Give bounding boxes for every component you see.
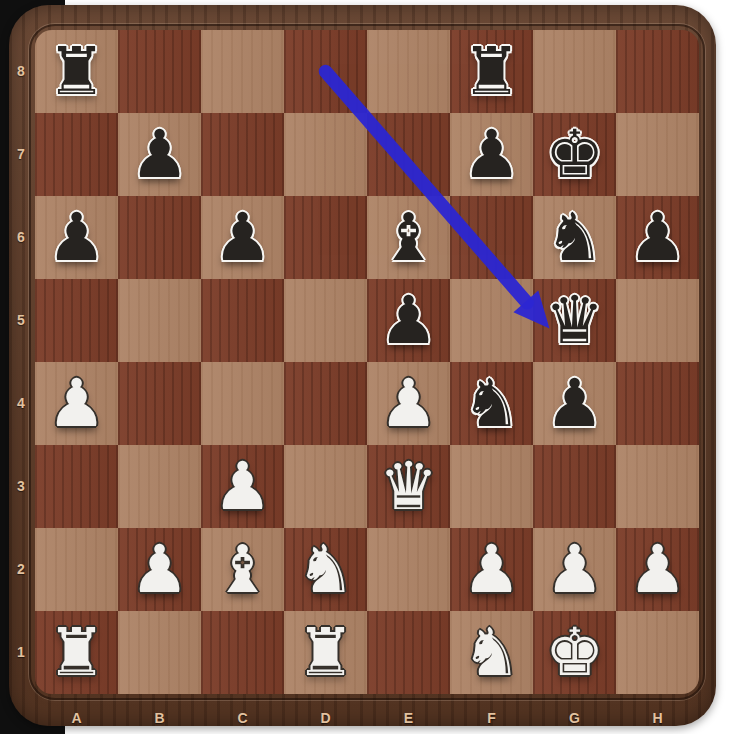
square-c6[interactable]: ♟ (201, 196, 284, 279)
square-c8[interactable] (201, 30, 284, 113)
square-e4[interactable]: ♟ (367, 362, 450, 445)
piece-white-queen[interactable]: ♛ (367, 445, 450, 528)
rank-label-6: 6 (12, 229, 30, 245)
piece-black-knight[interactable]: ♞ (450, 362, 533, 445)
piece-white-king[interactable]: ♚ (533, 611, 616, 694)
square-d4[interactable] (284, 362, 367, 445)
piece-black-rook[interactable]: ♜ (35, 30, 118, 113)
piece-black-pawn[interactable]: ♟ (201, 196, 284, 279)
square-a3[interactable] (35, 445, 118, 528)
square-f1[interactable]: ♞ (450, 611, 533, 694)
file-label-D: D (314, 710, 338, 726)
piece-black-pawn[interactable]: ♟ (367, 279, 450, 362)
square-f5[interactable] (450, 279, 533, 362)
square-e6[interactable]: ♝ (367, 196, 450, 279)
piece-white-rook[interactable]: ♜ (284, 611, 367, 694)
square-h5[interactable] (616, 279, 699, 362)
file-label-G: G (563, 710, 587, 726)
square-c4[interactable] (201, 362, 284, 445)
square-c2[interactable]: ♝ (201, 528, 284, 611)
square-c5[interactable] (201, 279, 284, 362)
square-f7[interactable]: ♟ (450, 113, 533, 196)
square-f4[interactable]: ♞ (450, 362, 533, 445)
square-b1[interactable] (118, 611, 201, 694)
square-g8[interactable] (533, 30, 616, 113)
piece-black-knight[interactable]: ♞ (533, 196, 616, 279)
square-d1[interactable]: ♜ (284, 611, 367, 694)
square-a2[interactable] (35, 528, 118, 611)
rank-label-8: 8 (12, 63, 30, 79)
square-a6[interactable]: ♟ (35, 196, 118, 279)
square-b8[interactable] (118, 30, 201, 113)
piece-black-pawn[interactable]: ♟ (35, 196, 118, 279)
piece-white-knight[interactable]: ♞ (284, 528, 367, 611)
file-label-F: F (480, 710, 504, 726)
square-g5[interactable]: ♛ (533, 279, 616, 362)
square-e8[interactable] (367, 30, 450, 113)
file-label-C: C (231, 710, 255, 726)
square-b7[interactable]: ♟ (118, 113, 201, 196)
square-b4[interactable] (118, 362, 201, 445)
rank-label-7: 7 (12, 146, 30, 162)
square-h1[interactable] (616, 611, 699, 694)
square-g6[interactable]: ♞ (533, 196, 616, 279)
square-f8[interactable]: ♜ (450, 30, 533, 113)
square-d6[interactable] (284, 196, 367, 279)
file-label-E: E (397, 710, 421, 726)
square-c3[interactable]: ♟ (201, 445, 284, 528)
square-h6[interactable]: ♟ (616, 196, 699, 279)
file-label-A: A (65, 710, 89, 726)
square-a8[interactable]: ♜ (35, 30, 118, 113)
piece-black-pawn[interactable]: ♟ (616, 196, 699, 279)
chess-board: ♜♜♟♟♚♟♟♝♞♟♟♛♟♟♞♟♟♛♟♝♞♟♟♟♜♜♞♚ 87654321 AB… (9, 5, 716, 726)
rank-label-2: 2 (12, 561, 30, 577)
piece-white-pawn[interactable]: ♟ (616, 528, 699, 611)
square-g4[interactable]: ♟ (533, 362, 616, 445)
square-g2[interactable]: ♟ (533, 528, 616, 611)
file-label-H: H (646, 710, 670, 726)
rank-label-1: 1 (12, 644, 30, 660)
board-play-area: ♜♜♟♟♚♟♟♝♞♟♟♛♟♟♞♟♟♛♟♝♞♟♟♟♜♜♞♚ (35, 30, 699, 694)
square-d5[interactable] (284, 279, 367, 362)
square-e2[interactable] (367, 528, 450, 611)
piece-white-pawn[interactable]: ♟ (367, 362, 450, 445)
square-a1[interactable]: ♜ (35, 611, 118, 694)
square-e7[interactable] (367, 113, 450, 196)
piece-black-bishop[interactable]: ♝ (367, 196, 450, 279)
chess-app-page: ♜♜♟♟♚♟♟♝♞♟♟♛♟♟♞♟♟♛♟♝♞♟♟♟♜♜♞♚ 87654321 AB… (0, 0, 730, 734)
square-b3[interactable] (118, 445, 201, 528)
square-g1[interactable]: ♚ (533, 611, 616, 694)
piece-white-pawn[interactable]: ♟ (35, 362, 118, 445)
square-a5[interactable] (35, 279, 118, 362)
square-d3[interactable] (284, 445, 367, 528)
piece-white-bishop[interactable]: ♝ (201, 528, 284, 611)
file-label-B: B (148, 710, 172, 726)
square-e3[interactable]: ♛ (367, 445, 450, 528)
piece-black-pawn[interactable]: ♟ (533, 362, 616, 445)
square-d7[interactable] (284, 113, 367, 196)
piece-white-pawn[interactable]: ♟ (118, 528, 201, 611)
piece-black-pawn[interactable]: ♟ (118, 113, 201, 196)
square-h4[interactable] (616, 362, 699, 445)
rank-label-3: 3 (12, 478, 30, 494)
square-h8[interactable] (616, 30, 699, 113)
piece-black-rook[interactable]: ♜ (450, 30, 533, 113)
square-b2[interactable]: ♟ (118, 528, 201, 611)
square-f3[interactable] (450, 445, 533, 528)
piece-white-rook[interactable]: ♜ (35, 611, 118, 694)
square-g7[interactable]: ♚ (533, 113, 616, 196)
square-e5[interactable]: ♟ (367, 279, 450, 362)
piece-white-pawn[interactable]: ♟ (201, 445, 284, 528)
square-a7[interactable] (35, 113, 118, 196)
square-f2[interactable]: ♟ (450, 528, 533, 611)
piece-black-queen[interactable]: ♛ (533, 279, 616, 362)
square-b6[interactable] (118, 196, 201, 279)
rank-label-4: 4 (12, 395, 30, 411)
square-d2[interactable]: ♞ (284, 528, 367, 611)
board-grid: ♜♜♟♟♚♟♟♝♞♟♟♛♟♟♞♟♟♛♟♝♞♟♟♟♜♜♞♚ (35, 30, 699, 694)
square-a4[interactable]: ♟ (35, 362, 118, 445)
piece-white-knight[interactable]: ♞ (450, 611, 533, 694)
piece-black-pawn[interactable]: ♟ (450, 113, 533, 196)
square-h2[interactable]: ♟ (616, 528, 699, 611)
piece-black-king[interactable]: ♚ (533, 113, 616, 196)
square-d8[interactable] (284, 30, 367, 113)
piece-white-pawn[interactable]: ♟ (450, 528, 533, 611)
square-h3[interactable] (616, 445, 699, 528)
square-e1[interactable] (367, 611, 450, 694)
square-b5[interactable] (118, 279, 201, 362)
piece-white-pawn[interactable]: ♟ (533, 528, 616, 611)
square-c7[interactable] (201, 113, 284, 196)
square-h7[interactable] (616, 113, 699, 196)
square-c1[interactable] (201, 611, 284, 694)
rank-label-5: 5 (12, 312, 30, 328)
square-g3[interactable] (533, 445, 616, 528)
square-f6[interactable] (450, 196, 533, 279)
